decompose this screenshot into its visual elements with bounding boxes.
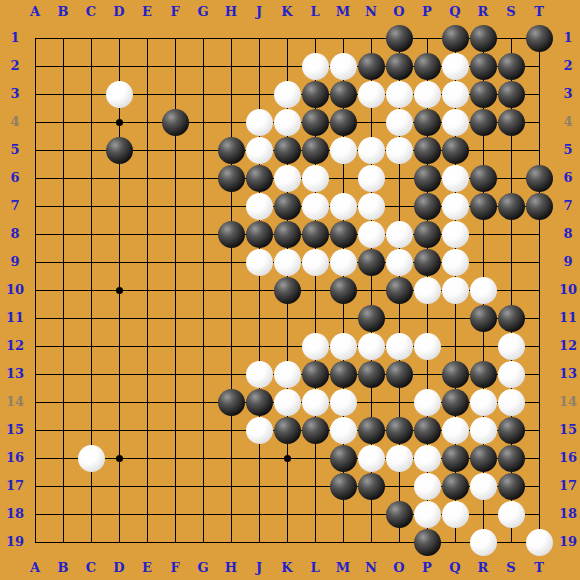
intersection-G1[interactable] [189,24,217,52]
intersection-K12[interactable] [273,332,301,360]
intersection-R17[interactable] [469,472,497,500]
intersection-Q12[interactable] [441,332,469,360]
intersection-N1[interactable] [357,24,385,52]
intersection-Q9[interactable] [441,248,469,276]
intersection-R13[interactable] [469,360,497,388]
intersection-L14[interactable] [301,388,329,416]
intersection-L7[interactable] [301,192,329,220]
intersection-K18[interactable] [273,500,301,528]
intersection-E13[interactable] [133,360,161,388]
intersection-C18[interactable] [77,500,105,528]
intersection-H8[interactable] [217,220,245,248]
intersection-O7[interactable] [385,192,413,220]
intersection-T7[interactable] [525,192,553,220]
intersection-S4[interactable] [497,108,525,136]
intersection-G5[interactable] [189,136,217,164]
intersection-H11[interactable] [217,304,245,332]
intersection-L9[interactable] [301,248,329,276]
intersection-H13[interactable] [217,360,245,388]
intersection-G17[interactable] [189,472,217,500]
intersection-R10[interactable] [469,276,497,304]
intersection-O11[interactable] [385,304,413,332]
intersection-C17[interactable] [77,472,105,500]
intersection-L5[interactable] [301,136,329,164]
intersection-A6[interactable] [21,164,49,192]
intersection-J1[interactable] [245,24,273,52]
intersection-S13[interactable] [497,360,525,388]
intersection-L18[interactable] [301,500,329,528]
intersection-L3[interactable] [301,80,329,108]
intersection-T11[interactable] [525,304,553,332]
intersection-E16[interactable] [133,444,161,472]
intersection-P1[interactable] [413,24,441,52]
intersection-R19[interactable] [469,528,497,556]
intersection-L1[interactable] [301,24,329,52]
intersection-K16[interactable] [273,444,301,472]
intersection-B15[interactable] [49,416,77,444]
intersection-P11[interactable] [413,304,441,332]
intersection-R15[interactable] [469,416,497,444]
intersection-F11[interactable] [161,304,189,332]
intersection-F8[interactable] [161,220,189,248]
intersection-K7[interactable] [273,192,301,220]
intersection-H4[interactable] [217,108,245,136]
intersection-A19[interactable] [21,528,49,556]
intersection-D3[interactable] [105,80,133,108]
intersection-C8[interactable] [77,220,105,248]
intersection-O1[interactable] [385,24,413,52]
intersection-L15[interactable] [301,416,329,444]
intersection-B5[interactable] [49,136,77,164]
intersection-S2[interactable] [497,52,525,80]
intersection-Q13[interactable] [441,360,469,388]
intersection-N19[interactable] [357,528,385,556]
intersection-H10[interactable] [217,276,245,304]
intersection-H7[interactable] [217,192,245,220]
intersection-C15[interactable] [77,416,105,444]
intersection-S7[interactable] [497,192,525,220]
intersection-L2[interactable] [301,52,329,80]
intersection-A8[interactable] [21,220,49,248]
intersection-N11[interactable] [357,304,385,332]
intersection-T12[interactable] [525,332,553,360]
intersection-Q11[interactable] [441,304,469,332]
intersection-A9[interactable] [21,248,49,276]
intersection-L12[interactable] [301,332,329,360]
intersection-T17[interactable] [525,472,553,500]
intersection-J17[interactable] [245,472,273,500]
intersection-M5[interactable] [329,136,357,164]
intersection-P12[interactable] [413,332,441,360]
intersection-T15[interactable] [525,416,553,444]
intersection-B3[interactable] [49,80,77,108]
intersection-D5[interactable] [105,136,133,164]
intersection-J11[interactable] [245,304,273,332]
intersection-S5[interactable] [497,136,525,164]
intersection-G2[interactable] [189,52,217,80]
intersection-A2[interactable] [21,52,49,80]
intersection-T18[interactable] [525,500,553,528]
intersection-S6[interactable] [497,164,525,192]
intersection-L13[interactable] [301,360,329,388]
intersection-B16[interactable] [49,444,77,472]
intersection-G8[interactable] [189,220,217,248]
intersection-D1[interactable] [105,24,133,52]
intersection-M3[interactable] [329,80,357,108]
intersection-J10[interactable] [245,276,273,304]
intersection-F7[interactable] [161,192,189,220]
intersection-D2[interactable] [105,52,133,80]
intersection-G6[interactable] [189,164,217,192]
intersection-D11[interactable] [105,304,133,332]
intersection-K1[interactable] [273,24,301,52]
intersection-F14[interactable] [161,388,189,416]
intersection-M17[interactable] [329,472,357,500]
intersection-O14[interactable] [385,388,413,416]
intersection-D15[interactable] [105,416,133,444]
intersection-J3[interactable] [245,80,273,108]
intersection-P14[interactable] [413,388,441,416]
intersection-N2[interactable] [357,52,385,80]
intersection-F18[interactable] [161,500,189,528]
intersection-H1[interactable] [217,24,245,52]
intersection-B7[interactable] [49,192,77,220]
intersection-G10[interactable] [189,276,217,304]
intersection-M2[interactable] [329,52,357,80]
intersection-E12[interactable] [133,332,161,360]
intersection-F19[interactable] [161,528,189,556]
intersection-G12[interactable] [189,332,217,360]
intersection-G4[interactable] [189,108,217,136]
intersection-O6[interactable] [385,164,413,192]
intersection-K9[interactable] [273,248,301,276]
intersection-G15[interactable] [189,416,217,444]
intersection-A12[interactable] [21,332,49,360]
intersection-B13[interactable] [49,360,77,388]
intersection-H6[interactable] [217,164,245,192]
intersection-J12[interactable] [245,332,273,360]
intersection-H2[interactable] [217,52,245,80]
intersection-K15[interactable] [273,416,301,444]
intersection-E17[interactable] [133,472,161,500]
intersection-G7[interactable] [189,192,217,220]
intersection-H14[interactable] [217,388,245,416]
intersection-O17[interactable] [385,472,413,500]
intersection-K2[interactable] [273,52,301,80]
intersection-P3[interactable] [413,80,441,108]
intersection-O12[interactable] [385,332,413,360]
intersection-T14[interactable] [525,388,553,416]
intersection-S19[interactable] [497,528,525,556]
intersection-A14[interactable] [21,388,49,416]
intersection-F16[interactable] [161,444,189,472]
intersection-N3[interactable] [357,80,385,108]
intersection-D17[interactable] [105,472,133,500]
intersection-P17[interactable] [413,472,441,500]
intersection-O3[interactable] [385,80,413,108]
intersection-R4[interactable] [469,108,497,136]
intersection-B11[interactable] [49,304,77,332]
intersection-F5[interactable] [161,136,189,164]
intersection-H15[interactable] [217,416,245,444]
intersection-M1[interactable] [329,24,357,52]
intersection-F6[interactable] [161,164,189,192]
intersection-S10[interactable] [497,276,525,304]
intersection-O19[interactable] [385,528,413,556]
intersection-B12[interactable] [49,332,77,360]
intersection-D7[interactable] [105,192,133,220]
intersection-E7[interactable] [133,192,161,220]
intersection-T5[interactable] [525,136,553,164]
intersection-S12[interactable] [497,332,525,360]
intersection-S9[interactable] [497,248,525,276]
intersection-C14[interactable] [77,388,105,416]
intersection-P5[interactable] [413,136,441,164]
intersection-L17[interactable] [301,472,329,500]
intersection-P8[interactable] [413,220,441,248]
intersection-G14[interactable] [189,388,217,416]
intersection-G3[interactable] [189,80,217,108]
intersection-F2[interactable] [161,52,189,80]
intersection-S17[interactable] [497,472,525,500]
intersection-M19[interactable] [329,528,357,556]
intersection-C4[interactable] [77,108,105,136]
intersection-M18[interactable] [329,500,357,528]
intersection-C5[interactable] [77,136,105,164]
intersection-M7[interactable] [329,192,357,220]
intersection-O18[interactable] [385,500,413,528]
intersection-H3[interactable] [217,80,245,108]
intersection-N6[interactable] [357,164,385,192]
intersection-M9[interactable] [329,248,357,276]
intersection-C9[interactable] [77,248,105,276]
intersection-E15[interactable] [133,416,161,444]
intersection-S18[interactable] [497,500,525,528]
intersection-A10[interactable] [21,276,49,304]
intersection-N8[interactable] [357,220,385,248]
intersection-H12[interactable] [217,332,245,360]
intersection-J9[interactable] [245,248,273,276]
intersection-O9[interactable] [385,248,413,276]
intersection-M16[interactable] [329,444,357,472]
intersection-C12[interactable] [77,332,105,360]
intersection-B18[interactable] [49,500,77,528]
intersection-J18[interactable] [245,500,273,528]
intersection-N7[interactable] [357,192,385,220]
intersection-H16[interactable] [217,444,245,472]
intersection-A17[interactable] [21,472,49,500]
intersection-E4[interactable] [133,108,161,136]
intersection-A18[interactable] [21,500,49,528]
intersection-Q19[interactable] [441,528,469,556]
intersection-R11[interactable] [469,304,497,332]
intersection-C3[interactable] [77,80,105,108]
intersection-E9[interactable] [133,248,161,276]
intersection-B17[interactable] [49,472,77,500]
intersection-Q7[interactable] [441,192,469,220]
intersection-T1[interactable] [525,24,553,52]
intersection-D8[interactable] [105,220,133,248]
intersection-L16[interactable] [301,444,329,472]
intersection-M11[interactable] [329,304,357,332]
intersection-P10[interactable] [413,276,441,304]
intersection-L4[interactable] [301,108,329,136]
intersection-E8[interactable] [133,220,161,248]
intersection-T16[interactable] [525,444,553,472]
intersection-A1[interactable] [21,24,49,52]
intersection-E14[interactable] [133,388,161,416]
intersection-D12[interactable] [105,332,133,360]
intersection-D9[interactable] [105,248,133,276]
intersection-N9[interactable] [357,248,385,276]
intersection-L19[interactable] [301,528,329,556]
intersection-N12[interactable] [357,332,385,360]
intersection-F10[interactable] [161,276,189,304]
intersection-R3[interactable] [469,80,497,108]
intersection-Q3[interactable] [441,80,469,108]
intersection-N5[interactable] [357,136,385,164]
intersection-P2[interactable] [413,52,441,80]
intersection-E5[interactable] [133,136,161,164]
intersection-K4[interactable] [273,108,301,136]
intersection-S3[interactable] [497,80,525,108]
intersection-L10[interactable] [301,276,329,304]
intersection-E19[interactable] [133,528,161,556]
intersection-F1[interactable] [161,24,189,52]
intersection-A3[interactable] [21,80,49,108]
intersection-D18[interactable] [105,500,133,528]
intersection-N18[interactable] [357,500,385,528]
intersection-C19[interactable] [77,528,105,556]
intersection-A5[interactable] [21,136,49,164]
intersection-G11[interactable] [189,304,217,332]
intersection-Q14[interactable] [441,388,469,416]
intersection-E11[interactable] [133,304,161,332]
intersection-B14[interactable] [49,388,77,416]
intersection-F15[interactable] [161,416,189,444]
intersection-B10[interactable] [49,276,77,304]
intersection-D4[interactable] [105,108,133,136]
intersection-E2[interactable] [133,52,161,80]
intersection-C10[interactable] [77,276,105,304]
intersection-Q5[interactable] [441,136,469,164]
intersection-P15[interactable] [413,416,441,444]
intersection-T8[interactable] [525,220,553,248]
intersection-C1[interactable] [77,24,105,52]
intersection-P18[interactable] [413,500,441,528]
intersection-J5[interactable] [245,136,273,164]
intersection-M12[interactable] [329,332,357,360]
intersection-S8[interactable] [497,220,525,248]
intersection-T19[interactable] [525,528,553,556]
intersection-Q18[interactable] [441,500,469,528]
intersection-J4[interactable] [245,108,273,136]
intersection-H5[interactable] [217,136,245,164]
intersection-R6[interactable] [469,164,497,192]
intersection-O15[interactable] [385,416,413,444]
intersection-N4[interactable] [357,108,385,136]
intersection-G9[interactable] [189,248,217,276]
intersection-M8[interactable] [329,220,357,248]
intersection-F13[interactable] [161,360,189,388]
intersection-H17[interactable] [217,472,245,500]
intersection-Q4[interactable] [441,108,469,136]
intersection-S1[interactable] [497,24,525,52]
intersection-O4[interactable] [385,108,413,136]
intersection-L11[interactable] [301,304,329,332]
intersection-M13[interactable] [329,360,357,388]
intersection-R18[interactable] [469,500,497,528]
intersection-D6[interactable] [105,164,133,192]
intersection-T6[interactable] [525,164,553,192]
intersection-K6[interactable] [273,164,301,192]
intersection-Q10[interactable] [441,276,469,304]
intersection-J2[interactable] [245,52,273,80]
intersection-R14[interactable] [469,388,497,416]
intersection-S15[interactable] [497,416,525,444]
intersection-O13[interactable] [385,360,413,388]
intersection-F17[interactable] [161,472,189,500]
intersection-O8[interactable] [385,220,413,248]
intersection-R16[interactable] [469,444,497,472]
intersection-H9[interactable] [217,248,245,276]
intersection-K3[interactable] [273,80,301,108]
intersection-N16[interactable] [357,444,385,472]
intersection-C16[interactable] [77,444,105,472]
intersection-K19[interactable] [273,528,301,556]
intersection-C13[interactable] [77,360,105,388]
intersection-R12[interactable] [469,332,497,360]
intersection-E10[interactable] [133,276,161,304]
intersection-B1[interactable] [49,24,77,52]
intersection-F4[interactable] [161,108,189,136]
intersection-P6[interactable] [413,164,441,192]
intersection-N10[interactable] [357,276,385,304]
intersection-E6[interactable] [133,164,161,192]
intersection-B9[interactable] [49,248,77,276]
intersection-A4[interactable] [21,108,49,136]
intersection-G18[interactable] [189,500,217,528]
intersection-R1[interactable] [469,24,497,52]
intersection-O16[interactable] [385,444,413,472]
intersection-J13[interactable] [245,360,273,388]
intersection-T4[interactable] [525,108,553,136]
intersection-Q2[interactable] [441,52,469,80]
intersection-O10[interactable] [385,276,413,304]
intersection-P4[interactable] [413,108,441,136]
intersection-E1[interactable] [133,24,161,52]
intersection-S16[interactable] [497,444,525,472]
intersection-E3[interactable] [133,80,161,108]
intersection-Q8[interactable] [441,220,469,248]
intersection-K17[interactable] [273,472,301,500]
intersection-N15[interactable] [357,416,385,444]
intersection-C11[interactable] [77,304,105,332]
intersection-J15[interactable] [245,416,273,444]
intersection-G19[interactable] [189,528,217,556]
intersection-C7[interactable] [77,192,105,220]
intersection-A7[interactable] [21,192,49,220]
intersection-T2[interactable] [525,52,553,80]
intersection-M15[interactable] [329,416,357,444]
intersection-A15[interactable] [21,416,49,444]
intersection-J14[interactable] [245,388,273,416]
intersection-L8[interactable] [301,220,329,248]
intersection-O2[interactable] [385,52,413,80]
intersection-R7[interactable] [469,192,497,220]
intersection-B2[interactable] [49,52,77,80]
intersection-F9[interactable] [161,248,189,276]
